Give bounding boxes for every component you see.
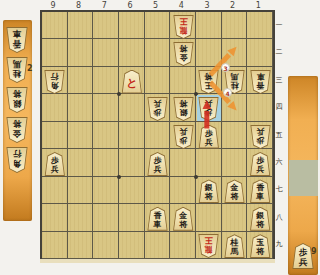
board-square[interactable] <box>145 232 171 259</box>
board-square[interactable] <box>93 204 119 231</box>
board-square[interactable] <box>247 12 273 39</box>
file-label: 8 <box>66 1 92 10</box>
board-square[interactable] <box>222 12 248 39</box>
board-square[interactable] <box>119 39 145 66</box>
board-square[interactable] <box>222 94 248 121</box>
board-square[interactable] <box>119 149 145 176</box>
side-panel-placeholder <box>289 160 318 196</box>
file-label: 9 <box>40 1 66 10</box>
shogi-app: 龍王金将角行と王将桂馬香車歩兵銀将歩兵歩兵歩兵歩兵歩兵歩兵歩兵銀将金将香車香車金… <box>0 0 320 275</box>
board-square[interactable] <box>68 39 94 66</box>
board-square[interactable] <box>68 149 94 176</box>
board-square[interactable] <box>68 67 94 94</box>
board-square[interactable] <box>145 122 171 149</box>
board-square[interactable] <box>119 204 145 231</box>
move-annotation-badge: 3 <box>221 63 230 72</box>
board-square[interactable] <box>42 122 68 149</box>
rank-label: 七 <box>273 184 285 194</box>
board-square[interactable] <box>93 122 119 149</box>
board-frame-bottom <box>40 259 275 263</box>
rank-label: 三 <box>273 75 285 85</box>
board-square[interactable] <box>119 94 145 121</box>
board-square[interactable] <box>222 149 248 176</box>
board-square[interactable] <box>93 39 119 66</box>
board-square[interactable] <box>42 232 68 259</box>
shogi-piece-歩兵[interactable]: 歩兵 <box>44 152 65 176</box>
hand-count-sente: 9 <box>311 247 317 256</box>
board-square[interactable] <box>119 177 145 204</box>
file-label: 3 <box>194 1 220 10</box>
board-square[interactable] <box>170 177 196 204</box>
board-square[interactable] <box>170 67 196 94</box>
file-label: 4 <box>168 1 194 10</box>
board-square[interactable] <box>145 12 171 39</box>
board-square[interactable] <box>42 39 68 66</box>
board-square[interactable] <box>145 67 171 94</box>
board-square[interactable] <box>42 12 68 39</box>
board-square[interactable] <box>68 232 94 259</box>
board-square[interactable] <box>170 232 196 259</box>
rank-label: 八 <box>273 212 285 222</box>
hand-count-gote: 2 <box>27 64 33 73</box>
board-square[interactable] <box>145 177 171 204</box>
board-square[interactable] <box>68 12 94 39</box>
board-square[interactable] <box>68 94 94 121</box>
board-square[interactable] <box>196 149 222 176</box>
board-square[interactable] <box>93 177 119 204</box>
board-square[interactable] <box>247 39 273 66</box>
rank-label: 五 <box>273 130 285 140</box>
board-square[interactable] <box>196 12 222 39</box>
file-label: 5 <box>143 1 169 10</box>
move-annotation-badge: 4 <box>223 88 232 97</box>
board-square[interactable] <box>42 94 68 121</box>
star-point <box>194 175 198 179</box>
board-square[interactable] <box>170 149 196 176</box>
board-square[interactable] <box>42 177 68 204</box>
star-point <box>117 92 121 96</box>
shogi-board[interactable]: 龍王金将角行と王将桂馬香車歩兵銀将歩兵歩兵歩兵歩兵歩兵歩兵歩兵銀将金将香車香車金… <box>40 10 275 261</box>
board-square[interactable] <box>247 94 273 121</box>
board-square[interactable] <box>222 204 248 231</box>
board-square[interactable] <box>68 204 94 231</box>
rank-label: 九 <box>273 239 285 249</box>
board-square[interactable] <box>68 177 94 204</box>
star-point <box>117 175 121 179</box>
board-square[interactable] <box>222 122 248 149</box>
file-label: 2 <box>220 1 246 10</box>
board-square[interactable] <box>42 204 68 231</box>
board-square[interactable] <box>93 149 119 176</box>
rank-label: 二 <box>273 47 285 57</box>
board-square[interactable] <box>93 67 119 94</box>
board-square[interactable] <box>93 94 119 121</box>
board-square[interactable] <box>68 122 94 149</box>
board-square[interactable] <box>145 39 171 66</box>
board-square[interactable] <box>119 122 145 149</box>
file-label: 7 <box>91 1 117 10</box>
board-square[interactable] <box>119 12 145 39</box>
file-label: 1 <box>245 1 271 10</box>
rank-label: 四 <box>273 102 285 112</box>
board-square[interactable] <box>93 232 119 259</box>
board-square[interactable] <box>119 232 145 259</box>
board-square[interactable] <box>93 12 119 39</box>
file-label: 6 <box>117 1 143 10</box>
rank-label: 一 <box>273 20 285 30</box>
board-square[interactable] <box>196 204 222 231</box>
board-square[interactable] <box>196 39 222 66</box>
rank-label: 六 <box>273 157 285 167</box>
